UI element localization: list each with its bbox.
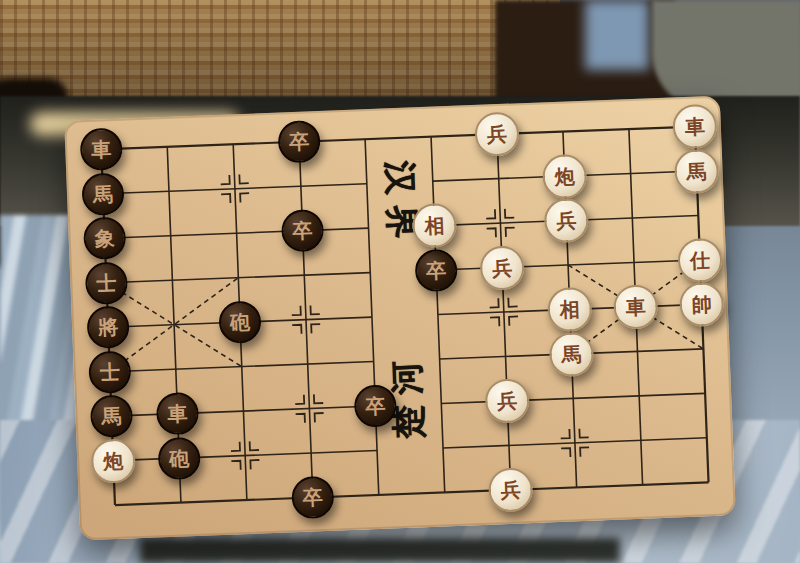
window-glint bbox=[585, 0, 649, 70]
table-front-shadow bbox=[140, 538, 620, 563]
xiangqi-board: 汉界 楚河 車馬象士將士馬車砲砲卒卒卒卒卒炮相兵兵兵兵炮兵相馬車車馬仕帥 bbox=[64, 96, 736, 541]
photo-scene: 汉界 楚河 車馬象士將士馬車砲砲卒卒卒卒卒炮相兵兵兵兵炮兵相馬車車馬仕帥 bbox=[0, 0, 800, 563]
